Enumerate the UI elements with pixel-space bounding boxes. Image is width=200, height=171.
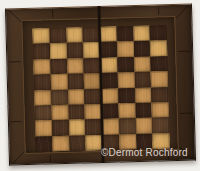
square-g8 [133, 26, 150, 42]
frame-mitre-joint [6, 9, 23, 22]
frame-mitre-joint [10, 151, 27, 164]
square-b1 [52, 135, 69, 151]
square-g2 [135, 118, 152, 134]
square-a8 [33, 28, 50, 44]
square-b3 [51, 105, 68, 121]
square-a3 [35, 105, 52, 121]
square-a2 [35, 121, 52, 137]
square-c8 [66, 27, 83, 43]
square-e7 [100, 42, 117, 58]
frame-veneer-joint [50, 155, 51, 162]
square-h2 [152, 117, 169, 133]
square-e8 [99, 27, 116, 43]
square-a6 [33, 59, 50, 75]
square-g7 [133, 41, 150, 57]
frame-veneer-joint [52, 9, 53, 17]
square-h5 [151, 71, 168, 87]
square-f5 [117, 72, 134, 88]
square-e2 [102, 119, 119, 135]
square-c5 [67, 74, 84, 90]
square-c4 [68, 89, 85, 105]
frame-veneer-joint [180, 113, 192, 114]
frame-veneer-joint [178, 51, 190, 52]
square-e4 [101, 88, 118, 104]
square-h8 [150, 25, 167, 41]
square-c1 [69, 135, 86, 151]
square-b8 [49, 28, 66, 44]
square-e5 [101, 73, 118, 89]
square-c2 [68, 120, 85, 136]
square-c6 [67, 58, 84, 74]
square-g3 [135, 103, 152, 119]
square-g5 [134, 72, 151, 88]
square-b4 [51, 89, 68, 105]
square-b6 [50, 59, 67, 75]
square-h6 [151, 56, 168, 72]
frame-veneer-joint [11, 121, 22, 122]
square-c3 [68, 104, 85, 120]
frame-veneer-joint [158, 6, 159, 14]
square-a5 [34, 74, 51, 90]
square-h7 [150, 41, 167, 57]
square-b2 [52, 120, 69, 136]
square-a1 [35, 136, 52, 152]
square-h4 [151, 87, 168, 103]
square-f8 [116, 26, 133, 42]
square-g4 [135, 87, 152, 103]
square-b7 [50, 43, 67, 59]
photo-background: ©Dermot Rochford [0, 0, 200, 171]
square-f6 [117, 57, 134, 73]
square-c7 [66, 43, 83, 59]
square-a7 [33, 44, 50, 60]
chessboard [5, 4, 196, 166]
square-f7 [117, 41, 134, 57]
frame-mitre-joint [174, 5, 191, 18]
watermark: ©Dermot Rochford [101, 147, 188, 159]
square-e3 [102, 103, 119, 119]
frame-veneer-joint [9, 61, 20, 62]
square-e6 [100, 57, 117, 73]
square-a4 [34, 90, 51, 106]
square-f3 [118, 103, 135, 119]
square-f2 [119, 118, 136, 134]
square-b5 [50, 74, 67, 90]
square-g6 [134, 56, 151, 72]
square-f4 [118, 88, 135, 104]
square-h3 [152, 102, 169, 118]
